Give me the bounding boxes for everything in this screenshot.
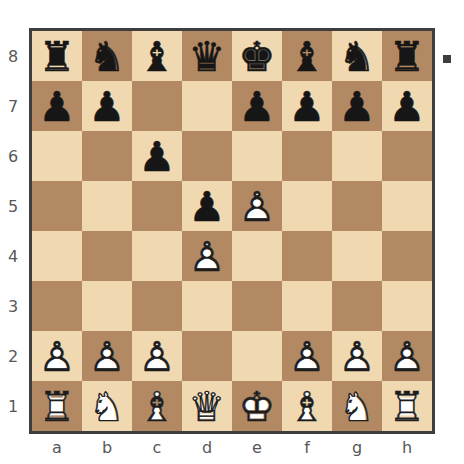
square-f5[interactable] bbox=[282, 181, 332, 231]
square-h4[interactable] bbox=[382, 231, 432, 281]
square-g7[interactable]: ♟ bbox=[332, 81, 382, 131]
square-g3[interactable] bbox=[332, 281, 382, 331]
square-b5[interactable] bbox=[82, 181, 132, 231]
square-a4[interactable] bbox=[32, 231, 82, 281]
square-d7[interactable] bbox=[182, 81, 232, 131]
piece-outline-glyph: ♖ bbox=[382, 381, 432, 431]
white-queen-d1[interactable]: ♛♕ bbox=[182, 381, 232, 431]
piece-fill-glyph: ♟ bbox=[132, 131, 182, 181]
white-king-e1[interactable]: ♚♔ bbox=[232, 381, 282, 431]
white-pawn-b2[interactable]: ♟♙ bbox=[82, 331, 132, 381]
white-rook-a1[interactable]: ♜♖ bbox=[32, 381, 82, 431]
square-h5[interactable] bbox=[382, 181, 432, 231]
piece-outline-glyph: ♔ bbox=[232, 381, 282, 431]
file-label-g: g bbox=[332, 434, 382, 460]
black-knight-g8[interactable]: ♞ bbox=[332, 31, 382, 81]
piece-outline-glyph: ♙ bbox=[82, 331, 132, 381]
piece-fill-glyph: ♟ bbox=[282, 81, 332, 131]
piece-outline-glyph: ♙ bbox=[32, 331, 82, 381]
square-a6[interactable] bbox=[32, 131, 82, 181]
black-rook-h8[interactable]: ♜ bbox=[382, 31, 432, 81]
square-f7[interactable]: ♟ bbox=[282, 81, 332, 131]
black-to-move-indicator bbox=[443, 55, 451, 63]
square-e5[interactable]: ♟♙ bbox=[232, 181, 282, 231]
white-pawn-d4[interactable]: ♟♙ bbox=[182, 231, 232, 281]
chess-board-panel: ♜♞♝♛♚♝♞♜♟♟♟♟♟♟♟♟♟♙♟♙♟♙♟♙♟♙♟♙♟♙♟♙♜♖♞♘♝♗♛♕… bbox=[0, 0, 464, 464]
black-rook-a8[interactable]: ♜ bbox=[32, 31, 82, 81]
square-a7[interactable]: ♟ bbox=[32, 81, 82, 131]
square-a1[interactable]: ♜♖ bbox=[32, 381, 82, 431]
white-knight-b1[interactable]: ♞♘ bbox=[82, 381, 132, 431]
piece-outline-glyph: ♙ bbox=[332, 331, 382, 381]
white-pawn-a2[interactable]: ♟♙ bbox=[32, 331, 82, 381]
square-a5[interactable] bbox=[32, 181, 82, 231]
square-c2[interactable]: ♟♙ bbox=[132, 331, 182, 381]
square-d1[interactable]: ♛♕ bbox=[182, 381, 232, 431]
square-b6[interactable] bbox=[82, 131, 132, 181]
square-f6[interactable] bbox=[282, 131, 332, 181]
square-e1[interactable]: ♚♔ bbox=[232, 381, 282, 431]
square-e4[interactable] bbox=[232, 231, 282, 281]
piece-fill-glyph: ♞ bbox=[332, 31, 382, 81]
square-b8[interactable]: ♞ bbox=[82, 31, 132, 81]
white-knight-g1[interactable]: ♞♘ bbox=[332, 381, 382, 431]
rank-label-1: 1 bbox=[0, 381, 26, 431]
piece-fill-glyph: ♜ bbox=[32, 31, 82, 81]
square-g6[interactable] bbox=[332, 131, 382, 181]
rank-label-6: 6 bbox=[0, 131, 26, 181]
square-h1[interactable]: ♜♖ bbox=[382, 381, 432, 431]
rank-label-8: 8 bbox=[0, 31, 26, 81]
square-g8[interactable]: ♞ bbox=[332, 31, 382, 81]
black-pawn-h7[interactable]: ♟ bbox=[382, 81, 432, 131]
piece-fill-glyph: ♚ bbox=[232, 31, 282, 81]
square-c3[interactable] bbox=[132, 281, 182, 331]
white-pawn-c2[interactable]: ♟♙ bbox=[132, 331, 182, 381]
file-label-d: d bbox=[182, 434, 232, 460]
black-pawn-a7[interactable]: ♟ bbox=[32, 81, 82, 131]
square-f1[interactable]: ♝♗ bbox=[282, 381, 332, 431]
square-d4[interactable]: ♟♙ bbox=[182, 231, 232, 281]
square-e2[interactable] bbox=[232, 331, 282, 381]
square-f2[interactable]: ♟♙ bbox=[282, 331, 332, 381]
rank-label-5: 5 bbox=[0, 181, 26, 231]
black-king-e8[interactable]: ♚ bbox=[232, 31, 282, 81]
rank-label-2: 2 bbox=[0, 331, 26, 381]
square-d3[interactable] bbox=[182, 281, 232, 331]
piece-fill-glyph: ♟ bbox=[332, 81, 382, 131]
piece-outline-glyph: ♙ bbox=[232, 181, 282, 231]
square-f8[interactable]: ♝ bbox=[282, 31, 332, 81]
piece-outline-glyph: ♕ bbox=[182, 381, 232, 431]
square-c8[interactable]: ♝ bbox=[132, 31, 182, 81]
square-d6[interactable] bbox=[182, 131, 232, 181]
square-h7[interactable]: ♟ bbox=[382, 81, 432, 131]
piece-fill-glyph: ♟ bbox=[32, 81, 82, 131]
black-bishop-f8[interactable]: ♝ bbox=[282, 31, 332, 81]
piece-outline-glyph: ♘ bbox=[82, 381, 132, 431]
white-bishop-f1[interactable]: ♝♗ bbox=[282, 381, 332, 431]
square-g2[interactable]: ♟♙ bbox=[332, 331, 382, 381]
square-c1[interactable]: ♝♗ bbox=[132, 381, 182, 431]
square-b3[interactable] bbox=[82, 281, 132, 331]
file-label-h: h bbox=[382, 434, 432, 460]
black-pawn-c6[interactable]: ♟ bbox=[132, 131, 182, 181]
black-knight-b8[interactable]: ♞ bbox=[82, 31, 132, 81]
square-g5[interactable] bbox=[332, 181, 382, 231]
piece-fill-glyph: ♝ bbox=[282, 31, 332, 81]
square-e8[interactable]: ♚ bbox=[232, 31, 282, 81]
square-e3[interactable] bbox=[232, 281, 282, 331]
piece-outline-glyph: ♙ bbox=[382, 331, 432, 381]
square-g1[interactable]: ♞♘ bbox=[332, 381, 382, 431]
rank-label-3: 3 bbox=[0, 281, 26, 331]
square-e6[interactable] bbox=[232, 131, 282, 181]
black-pawn-d5[interactable]: ♟ bbox=[182, 181, 232, 231]
black-bishop-c8[interactable]: ♝ bbox=[132, 31, 182, 81]
piece-outline-glyph: ♗ bbox=[132, 381, 182, 431]
piece-fill-glyph: ♟ bbox=[232, 81, 282, 131]
piece-outline-glyph: ♗ bbox=[282, 381, 332, 431]
piece-outline-glyph: ♙ bbox=[282, 331, 332, 381]
square-d2[interactable] bbox=[182, 331, 232, 381]
piece-outline-glyph: ♙ bbox=[182, 231, 232, 281]
black-pawn-f7[interactable]: ♟ bbox=[282, 81, 332, 131]
square-b4[interactable] bbox=[82, 231, 132, 281]
square-f3[interactable] bbox=[282, 281, 332, 331]
file-label-b: b bbox=[82, 434, 132, 460]
black-pawn-b7[interactable]: ♟ bbox=[82, 81, 132, 131]
square-h8[interactable]: ♜ bbox=[382, 31, 432, 81]
piece-fill-glyph: ♟ bbox=[82, 81, 132, 131]
piece-fill-glyph: ♜ bbox=[382, 31, 432, 81]
piece-outline-glyph: ♖ bbox=[32, 381, 82, 431]
square-b1[interactable]: ♞♘ bbox=[82, 381, 132, 431]
file-label-f: f bbox=[282, 434, 332, 460]
chess-board: ♜♞♝♛♚♝♞♜♟♟♟♟♟♟♟♟♟♙♟♙♟♙♟♙♟♙♟♙♟♙♟♙♜♖♞♘♝♗♛♕… bbox=[29, 28, 435, 434]
file-label-c: c bbox=[132, 434, 182, 460]
square-h6[interactable] bbox=[382, 131, 432, 181]
square-a3[interactable] bbox=[32, 281, 82, 331]
white-pawn-e5[interactable]: ♟♙ bbox=[232, 181, 282, 231]
piece-fill-glyph: ♝ bbox=[132, 31, 182, 81]
square-e7[interactable]: ♟ bbox=[232, 81, 282, 131]
square-a8[interactable]: ♜ bbox=[32, 31, 82, 81]
black-queen-d8[interactable]: ♛ bbox=[182, 31, 232, 81]
square-d8[interactable]: ♛ bbox=[182, 31, 232, 81]
white-pawn-f2[interactable]: ♟♙ bbox=[282, 331, 332, 381]
file-label-e: e bbox=[232, 434, 282, 460]
rank-label-4: 4 bbox=[0, 231, 26, 281]
piece-fill-glyph: ♟ bbox=[382, 81, 432, 131]
square-b2[interactable]: ♟♙ bbox=[82, 331, 132, 381]
square-d5[interactable]: ♟ bbox=[182, 181, 232, 231]
white-rook-h1[interactable]: ♜♖ bbox=[382, 381, 432, 431]
square-c4[interactable] bbox=[132, 231, 182, 281]
square-c5[interactable] bbox=[132, 181, 182, 231]
square-h3[interactable] bbox=[382, 281, 432, 331]
rank-label-7: 7 bbox=[0, 81, 26, 131]
piece-outline-glyph: ♘ bbox=[332, 381, 382, 431]
piece-outline-glyph: ♙ bbox=[132, 331, 182, 381]
square-g4[interactable] bbox=[332, 231, 382, 281]
white-pawn-h2[interactable]: ♟♙ bbox=[382, 331, 432, 381]
board-grid: ♜♞♝♛♚♝♞♜♟♟♟♟♟♟♟♟♟♙♟♙♟♙♟♙♟♙♟♙♟♙♟♙♜♖♞♘♝♗♛♕… bbox=[32, 31, 432, 431]
square-c7[interactable] bbox=[132, 81, 182, 131]
piece-fill-glyph: ♞ bbox=[82, 31, 132, 81]
square-b7[interactable]: ♟ bbox=[82, 81, 132, 131]
square-f4[interactable] bbox=[282, 231, 332, 281]
black-pawn-g7[interactable]: ♟ bbox=[332, 81, 382, 131]
square-c6[interactable]: ♟ bbox=[132, 131, 182, 181]
black-pawn-e7[interactable]: ♟ bbox=[232, 81, 282, 131]
white-pawn-g2[interactable]: ♟♙ bbox=[332, 331, 382, 381]
square-h2[interactable]: ♟♙ bbox=[382, 331, 432, 381]
file-label-a: a bbox=[32, 434, 82, 460]
piece-fill-glyph: ♟ bbox=[182, 181, 232, 231]
square-a2[interactable]: ♟♙ bbox=[32, 331, 82, 381]
white-bishop-c1[interactable]: ♝♗ bbox=[132, 381, 182, 431]
piece-fill-glyph: ♛ bbox=[182, 31, 232, 81]
